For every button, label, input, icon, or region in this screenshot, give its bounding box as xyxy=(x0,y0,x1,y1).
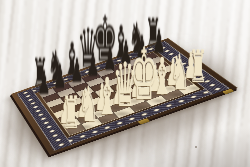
piece-white-rook-h1[interactable]: ♜ xyxy=(189,45,207,90)
piece-white-bishop-c1[interactable]: ♝ xyxy=(97,71,118,122)
chess-photo-scene: ♜♞♝♛♚♝♞♜♟♟♟♟♟♟♟♟♟♟♟♟♟♟♟♟♜♞♝♛♚♝♞♜ xyxy=(0,0,250,167)
pieces-layer: ♜♞♝♛♚♝♞♜♟♟♟♟♟♟♟♟♟♟♟♟♟♟♟♟♜♞♝♛♚♝♞♜ xyxy=(0,0,250,167)
piece-white-knight-b1[interactable]: ♞ xyxy=(79,81,98,129)
piece-white-rook-a1[interactable]: ♜ xyxy=(62,90,80,135)
piece-white-knight-g1[interactable]: ♞ xyxy=(170,48,189,96)
piece-black-pawn-a7[interactable]: ♟ xyxy=(37,66,50,99)
